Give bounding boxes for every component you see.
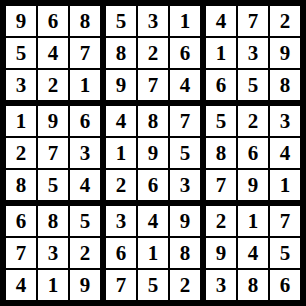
cell-r9c5[interactable]: 5 — [138, 270, 168, 300]
cell-r2c8[interactable]: 3 — [238, 38, 268, 68]
cell-r2c9[interactable]: 9 — [270, 38, 300, 68]
cell-r1c9[interactable]: 2 — [270, 6, 300, 36]
box-r1c0: 196273854 — [6, 106, 100, 200]
cell-r9c6[interactable]: 2 — [170, 270, 200, 300]
cell-r7c3[interactable]: 5 — [70, 206, 100, 236]
cell-r4c4[interactable]: 4 — [106, 106, 136, 136]
box-r0c0: 968547321 — [6, 6, 100, 100]
cell-r9c8[interactable]: 8 — [238, 270, 268, 300]
cell-r7c4[interactable]: 3 — [106, 206, 136, 236]
cell-r9c4[interactable]: 7 — [106, 270, 136, 300]
box-r2c1: 349618752 — [106, 206, 200, 300]
cell-r7c9[interactable]: 7 — [270, 206, 300, 236]
cell-r4c7[interactable]: 5 — [206, 106, 236, 136]
cell-r3c4[interactable]: 9 — [106, 70, 136, 100]
cell-r6c5[interactable]: 6 — [138, 170, 168, 200]
cell-r8c4[interactable]: 6 — [106, 238, 136, 268]
cell-r5c3[interactable]: 3 — [70, 138, 100, 168]
cell-r8c2[interactable]: 3 — [38, 238, 68, 268]
cell-r4c1[interactable]: 1 — [6, 106, 36, 136]
cell-r2c6[interactable]: 6 — [170, 38, 200, 68]
cell-r3c2[interactable]: 2 — [38, 70, 68, 100]
cell-r6c4[interactable]: 2 — [106, 170, 136, 200]
cell-r5c9[interactable]: 4 — [270, 138, 300, 168]
cell-r1c4[interactable]: 5 — [106, 6, 136, 36]
cell-r6c9[interactable]: 1 — [270, 170, 300, 200]
cell-r6c7[interactable]: 7 — [206, 170, 236, 200]
cell-r5c5[interactable]: 9 — [138, 138, 168, 168]
box-r2c2: 217945386 — [206, 206, 300, 300]
cell-r3c6[interactable]: 4 — [170, 70, 200, 100]
cell-r1c8[interactable]: 7 — [238, 6, 268, 36]
cell-r3c9[interactable]: 8 — [270, 70, 300, 100]
cell-r5c7[interactable]: 8 — [206, 138, 236, 168]
cell-r5c8[interactable]: 6 — [238, 138, 268, 168]
cell-r4c3[interactable]: 6 — [70, 106, 100, 136]
cell-r7c6[interactable]: 9 — [170, 206, 200, 236]
cell-r4c8[interactable]: 2 — [238, 106, 268, 136]
cell-r6c1[interactable]: 8 — [6, 170, 36, 200]
cell-r5c1[interactable]: 2 — [6, 138, 36, 168]
cell-r3c1[interactable]: 3 — [6, 70, 36, 100]
cell-r4c2[interactable]: 9 — [38, 106, 68, 136]
cell-r8c3[interactable]: 2 — [70, 238, 100, 268]
cell-r9c2[interactable]: 1 — [38, 270, 68, 300]
cell-r7c7[interactable]: 2 — [206, 206, 236, 236]
cell-r9c3[interactable]: 9 — [70, 270, 100, 300]
cell-r7c1[interactable]: 6 — [6, 206, 36, 236]
cell-r2c4[interactable]: 8 — [106, 38, 136, 68]
box-r0c1: 531826974 — [106, 6, 200, 100]
sudoku-board: 9685473215318269744721396581962738544871… — [0, 0, 306, 306]
cell-r3c7[interactable]: 6 — [206, 70, 236, 100]
cell-r2c1[interactable]: 5 — [6, 38, 36, 68]
cell-r6c2[interactable]: 5 — [38, 170, 68, 200]
cell-r8c5[interactable]: 1 — [138, 238, 168, 268]
cell-r7c2[interactable]: 8 — [38, 206, 68, 236]
cell-r2c3[interactable]: 7 — [70, 38, 100, 68]
cell-r6c6[interactable]: 3 — [170, 170, 200, 200]
cell-r5c4[interactable]: 1 — [106, 138, 136, 168]
cell-r8c9[interactable]: 5 — [270, 238, 300, 268]
cell-r5c6[interactable]: 5 — [170, 138, 200, 168]
cell-r4c6[interactable]: 7 — [170, 106, 200, 136]
cell-r8c1[interactable]: 7 — [6, 238, 36, 268]
box-r1c1: 487195263 — [106, 106, 200, 200]
cell-r9c9[interactable]: 6 — [270, 270, 300, 300]
box-r1c2: 523864791 — [206, 106, 300, 200]
cell-r6c3[interactable]: 4 — [70, 170, 100, 200]
cell-r3c8[interactable]: 5 — [238, 70, 268, 100]
box-r0c2: 472139658 — [206, 6, 300, 100]
box-r2c0: 685732419 — [6, 206, 100, 300]
cell-r9c1[interactable]: 4 — [6, 270, 36, 300]
cell-r4c5[interactable]: 8 — [138, 106, 168, 136]
cell-r8c7[interactable]: 9 — [206, 238, 236, 268]
cell-r1c6[interactable]: 1 — [170, 6, 200, 36]
cell-r2c7[interactable]: 1 — [206, 38, 236, 68]
cell-r8c8[interactable]: 4 — [238, 238, 268, 268]
cell-r2c5[interactable]: 2 — [138, 38, 168, 68]
cell-r1c3[interactable]: 8 — [70, 6, 100, 36]
cell-r2c2[interactable]: 4 — [38, 38, 68, 68]
cell-r1c1[interactable]: 9 — [6, 6, 36, 36]
cell-r6c8[interactable]: 9 — [238, 170, 268, 200]
cell-r8c6[interactable]: 8 — [170, 238, 200, 268]
cell-r1c5[interactable]: 3 — [138, 6, 168, 36]
cell-r7c5[interactable]: 4 — [138, 206, 168, 236]
cell-r3c5[interactable]: 7 — [138, 70, 168, 100]
cell-r4c9[interactable]: 3 — [270, 106, 300, 136]
cell-r9c7[interactable]: 3 — [206, 270, 236, 300]
cell-r3c3[interactable]: 1 — [70, 70, 100, 100]
cell-r1c2[interactable]: 6 — [38, 6, 68, 36]
cell-r5c2[interactable]: 7 — [38, 138, 68, 168]
cell-r1c7[interactable]: 4 — [206, 6, 236, 36]
cell-r7c8[interactable]: 1 — [238, 206, 268, 236]
